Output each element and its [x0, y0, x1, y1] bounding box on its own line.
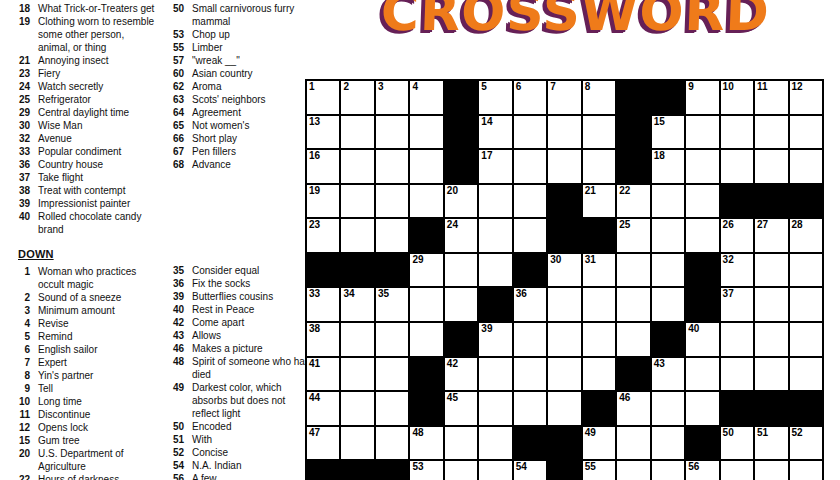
clue-number: 39	[5, 197, 30, 210]
clue-text: Central daylight time	[30, 106, 158, 119]
grid-cell[interactable]	[341, 219, 373, 252]
grid-cell[interactable]	[341, 116, 373, 149]
grid-cell[interactable]	[376, 150, 408, 183]
grid-cell[interactable]	[341, 185, 373, 218]
black-cell	[341, 254, 373, 287]
clue-item: 51With	[159, 433, 311, 446]
grid-cell[interactable]: 39	[479, 323, 511, 356]
clue-number: 42	[159, 316, 184, 329]
grid-cell[interactable]	[376, 185, 408, 218]
grid-cell[interactable]	[721, 116, 753, 149]
grid-cell[interactable]: 36	[514, 288, 546, 321]
grid-cell[interactable]: 7	[548, 81, 580, 114]
clue-item: 20U.S. Department of Agriculture	[5, 447, 158, 473]
cell-number: 9	[688, 81, 694, 92]
clue-text: A few	[184, 472, 311, 480]
cell-number: 50	[723, 427, 734, 438]
cell-number: 23	[309, 219, 320, 230]
clue-item: 6English sailor	[5, 343, 158, 356]
black-cell	[548, 219, 580, 252]
grid-cell[interactable]	[410, 323, 442, 356]
grid-cell[interactable]	[410, 185, 442, 218]
grid-cell[interactable]: 3	[376, 81, 408, 114]
cell-number: 18	[654, 150, 665, 161]
clue-text: Yin's partner	[30, 369, 158, 382]
grid-cell[interactable]	[479, 427, 511, 460]
cell-number: 29	[412, 254, 423, 265]
clue-number: 6	[5, 343, 30, 356]
black-cell	[548, 427, 580, 460]
clue-number: 21	[5, 54, 30, 67]
clue-item: 24Watch secretly	[5, 80, 158, 93]
cell-number: 38	[309, 323, 320, 334]
cell-number: 6	[516, 81, 522, 92]
grid-cell[interactable]	[445, 461, 477, 480]
grid-cell[interactable]	[721, 150, 753, 183]
clue-number: 60	[159, 67, 184, 80]
grid-cell[interactable]: 4	[410, 81, 442, 114]
cell-number: 44	[309, 392, 320, 403]
clue-number: 10	[5, 395, 30, 408]
clue-text: Remind	[30, 330, 158, 343]
grid-cell[interactable]: 45	[445, 392, 477, 425]
clue-number: 30	[5, 119, 30, 132]
clue-item: 1Woman who practices occult magic	[5, 265, 158, 291]
grid-cell[interactable]	[376, 392, 408, 425]
grid-cell[interactable]	[341, 150, 373, 183]
clue-number: 3	[5, 304, 30, 317]
down-clues-list-1: 1Woman who practices occult magic2Sound …	[5, 265, 158, 480]
grid-cell[interactable]: 44	[307, 392, 339, 425]
clue-text: English sailor	[30, 343, 158, 356]
clue-number: 5	[5, 330, 30, 343]
black-cell	[721, 185, 753, 218]
cell-number: 51	[757, 427, 768, 438]
grid-cell[interactable]: 13	[307, 116, 339, 149]
cell-number: 53	[412, 461, 423, 472]
clue-item: 36Country house	[5, 158, 158, 171]
cell-number: 27	[757, 219, 768, 230]
grid-cell[interactable]: 46	[617, 392, 649, 425]
grid-cell[interactable]	[341, 427, 373, 460]
clue-item: 62Aroma	[159, 80, 311, 93]
page-title: CROSSWORD	[380, 0, 840, 42]
clue-text: Clothing worn to resemble some other per…	[30, 15, 158, 54]
grid-cell[interactable]	[479, 254, 511, 287]
clue-text: Makes a picture	[184, 342, 311, 355]
cell-number: 24	[447, 219, 458, 230]
grid-cell[interactable]	[514, 392, 546, 425]
clue-item: 49Darkest color, which absorbs but does …	[159, 381, 311, 420]
down-clues-column-2: 35Consider equal36Fix the socks39Butterf…	[159, 264, 311, 480]
grid-cell[interactable]: 37	[721, 288, 753, 321]
cell-number: 33	[309, 288, 320, 299]
grid-cell[interactable]	[790, 288, 822, 321]
clue-item: 9Tell	[5, 382, 158, 395]
grid-cell[interactable]: 22	[617, 185, 649, 218]
grid-cell[interactable]: 11	[755, 81, 787, 114]
cell-number: 34	[343, 288, 354, 299]
grid-cell[interactable]	[410, 116, 442, 149]
black-cell	[790, 392, 822, 425]
cell-number: 17	[481, 150, 492, 161]
clue-text: Country house	[30, 158, 158, 171]
clue-item: 39Butterflies cousins	[159, 290, 311, 303]
grid-cell[interactable]	[755, 116, 787, 149]
cell-number: 41	[309, 358, 320, 369]
clue-item: 32Avenue	[5, 132, 158, 145]
down-section-header: DOWN	[18, 248, 158, 261]
grid-cell[interactable]: 5	[479, 81, 511, 114]
black-cell	[514, 427, 546, 460]
grid-cell[interactable]: 47	[307, 427, 339, 460]
grid-cell[interactable]	[790, 116, 822, 149]
grid-cell[interactable]: 21	[583, 185, 615, 218]
grid-cell[interactable]	[445, 288, 477, 321]
grid-cell[interactable]	[514, 358, 546, 391]
clue-item: 25Refrigerator	[5, 93, 158, 106]
clue-number: 67	[159, 145, 184, 158]
grid-cell[interactable]	[755, 150, 787, 183]
clue-item: 36Fix the socks	[159, 277, 311, 290]
clue-number: 62	[159, 80, 184, 93]
grid-cell[interactable]	[755, 323, 787, 356]
clue-item: 8Yin's partner	[5, 369, 158, 382]
grid-cell[interactable]: 31	[583, 254, 615, 287]
grid-cell[interactable]	[479, 219, 511, 252]
cell-number: 14	[481, 116, 492, 127]
black-cell	[410, 358, 442, 391]
grid-cell[interactable]: 27	[755, 219, 787, 252]
grid-cell[interactable]	[548, 323, 580, 356]
grid-cell[interactable]	[652, 392, 684, 425]
black-cell	[410, 392, 442, 425]
black-cell	[341, 461, 373, 480]
grid-cell[interactable]: 19	[307, 185, 339, 218]
clue-text: Gum tree	[30, 434, 158, 447]
grid-cell[interactable]	[548, 392, 580, 425]
cell-number: 48	[412, 427, 423, 438]
clue-item: 2Sound of a sneeze	[5, 291, 158, 304]
clue-text: Darkest color, which absorbs but does no…	[184, 381, 311, 420]
cell-number: 1	[309, 81, 315, 92]
clue-number: 2	[5, 291, 30, 304]
grid-cell[interactable]	[445, 254, 477, 287]
grid-cell[interactable]	[410, 150, 442, 183]
clue-text: What Trick-or-Treaters get	[30, 2, 158, 15]
grid-cell[interactable]: 23	[307, 219, 339, 252]
black-cell	[307, 461, 339, 480]
black-cell	[445, 81, 477, 114]
clue-item: 67Pen fillers	[159, 145, 311, 158]
grid-cell[interactable]	[790, 254, 822, 287]
grid-cell[interactable]: 24	[445, 219, 477, 252]
cell-number: 11	[757, 81, 768, 92]
grid-cell[interactable]: 10	[721, 81, 753, 114]
black-cell	[376, 254, 408, 287]
grid-cell[interactable]: 35	[376, 288, 408, 321]
grid-cell[interactable]	[376, 116, 408, 149]
black-cell	[376, 461, 408, 480]
grid-cell[interactable]	[721, 358, 753, 391]
grid-cell[interactable]	[617, 288, 649, 321]
grid-cell[interactable]: 33	[307, 288, 339, 321]
grid-cell[interactable]	[548, 150, 580, 183]
clue-text: U.S. Department of Agriculture	[30, 447, 158, 473]
grid-cell[interactable]	[755, 288, 787, 321]
grid-cell[interactable]	[583, 150, 615, 183]
grid-cell[interactable]	[341, 358, 373, 391]
grid-cell[interactable]	[686, 116, 718, 149]
grid-cell[interactable]	[617, 461, 649, 480]
grid-cell[interactable]	[686, 185, 718, 218]
cell-number: 52	[792, 427, 803, 438]
cell-number: 36	[516, 288, 527, 299]
clue-number: 54	[159, 459, 184, 472]
clue-item: 50Small carnivorous furry mammal	[159, 2, 311, 28]
black-cell	[617, 358, 649, 391]
grid-cell[interactable]: 42	[445, 358, 477, 391]
clue-number: 38	[5, 184, 30, 197]
grid-cell[interactable]: 6	[514, 81, 546, 114]
black-cell	[548, 461, 580, 480]
grid-cell[interactable]	[652, 427, 684, 460]
grid-cell[interactable]	[755, 461, 787, 480]
clue-text: Treat with contempt	[30, 184, 158, 197]
grid-cell[interactable]	[514, 219, 546, 252]
clue-number: 12	[5, 421, 30, 434]
grid-cell[interactable]	[790, 150, 822, 183]
grid-cell[interactable]: 51	[755, 427, 787, 460]
grid-cell[interactable]	[755, 254, 787, 287]
grid-cell[interactable]	[514, 150, 546, 183]
clue-text: Avenue	[30, 132, 158, 145]
clue-item: 3Minimum amount	[5, 304, 158, 317]
grid-cell[interactable]	[479, 461, 511, 480]
clue-item: 40Rest in Peace	[159, 303, 311, 316]
grid-cell[interactable]	[548, 288, 580, 321]
clue-item: 43Allows	[159, 329, 311, 342]
grid-cell[interactable]: 52	[790, 427, 822, 460]
clue-item: 60Asian country	[159, 67, 311, 80]
grid-cell[interactable]	[790, 461, 822, 480]
clue-item: 15Gum tree	[5, 434, 158, 447]
clue-text: Impressionist painter	[30, 197, 158, 210]
clue-number: 35	[159, 264, 184, 277]
clue-text: Not women's	[184, 119, 311, 132]
grid-cell[interactable]	[514, 116, 546, 149]
grid-cell[interactable]	[583, 323, 615, 356]
clue-text: Come apart	[184, 316, 311, 329]
grid-cell[interactable]	[376, 323, 408, 356]
clue-number: 63	[159, 93, 184, 106]
grid-cell[interactable]	[583, 116, 615, 149]
clue-number: 46	[159, 342, 184, 355]
clue-number: 18	[5, 2, 30, 15]
black-cell	[686, 254, 718, 287]
grid-cell[interactable]: 48	[410, 427, 442, 460]
clue-text: Popular condiment	[30, 145, 158, 158]
clue-item: 53Chop up	[159, 28, 311, 41]
grid-cell[interactable]	[548, 358, 580, 391]
grid-cell[interactable]: 43	[652, 358, 684, 391]
grid-cell[interactable]: 2	[341, 81, 373, 114]
grid-cell[interactable]	[686, 150, 718, 183]
grid-cell[interactable]: 9	[686, 81, 718, 114]
clue-item: 10Long time	[5, 395, 158, 408]
grid-cell[interactable]	[617, 427, 649, 460]
clue-item: 29Central daylight time	[5, 106, 158, 119]
grid-cell[interactable]: 1	[307, 81, 339, 114]
grid-cell[interactable]	[583, 288, 615, 321]
clue-text: Fiery	[30, 67, 158, 80]
grid-cell[interactable]	[341, 392, 373, 425]
clue-text: Expert	[30, 356, 158, 369]
clue-item: 55Limber	[159, 41, 311, 54]
cell-number: 10	[723, 81, 734, 92]
grid-cell[interactable]	[755, 358, 787, 391]
grid-cell[interactable]	[652, 219, 684, 252]
black-cell	[307, 254, 339, 287]
grid-cell[interactable]: 30	[548, 254, 580, 287]
grid-cell[interactable]	[721, 461, 753, 480]
grid-cell[interactable]	[376, 219, 408, 252]
clue-text: Revise	[30, 317, 158, 330]
cell-number: 22	[619, 185, 630, 196]
grid-cell[interactable]: 18	[652, 150, 684, 183]
grid-cell[interactable]: 56	[686, 461, 718, 480]
grid-cell[interactable]	[652, 185, 684, 218]
clue-text: Minimum amount	[30, 304, 158, 317]
clue-number: 15	[5, 434, 30, 447]
clue-item: 56A few	[159, 472, 311, 480]
cell-number: 39	[481, 323, 492, 334]
grid-cell[interactable]	[479, 185, 511, 218]
clue-number: 40	[159, 303, 184, 316]
black-cell	[652, 81, 684, 114]
grid-cell[interactable]	[721, 323, 753, 356]
grid-cell[interactable]: 53	[410, 461, 442, 480]
grid-cell[interactable]	[479, 392, 511, 425]
grid-cell[interactable]: 25	[617, 219, 649, 252]
clue-item: 38Treat with contempt	[5, 184, 158, 197]
black-cell	[686, 427, 718, 460]
clue-number: 53	[159, 28, 184, 41]
clue-item: 33Popular condiment	[5, 145, 158, 158]
grid-cell[interactable]: 50	[721, 427, 753, 460]
clue-text: Refrigerator	[30, 93, 158, 106]
grid-cell[interactable]: 20	[445, 185, 477, 218]
grid-cell[interactable]	[583, 358, 615, 391]
grid-cell[interactable]	[652, 288, 684, 321]
grid-cell[interactable]	[548, 116, 580, 149]
grid-cell[interactable]: 8	[583, 81, 615, 114]
grid-cell[interactable]	[445, 427, 477, 460]
grid-cell[interactable]: 14	[479, 116, 511, 149]
cell-number: 16	[309, 150, 320, 161]
black-cell	[583, 219, 615, 252]
clue-item: 11Discontinue	[5, 408, 158, 421]
cell-number: 49	[585, 427, 596, 438]
clue-item: 52Concise	[159, 446, 311, 459]
grid-cell[interactable]: 15	[652, 116, 684, 149]
clue-text: Long time	[30, 395, 158, 408]
grid-cell[interactable]	[376, 358, 408, 391]
grid-cell[interactable]	[341, 323, 373, 356]
clue-text: N.A. Indian	[184, 459, 311, 472]
grid-cell[interactable]: 40	[686, 323, 718, 356]
grid-cell[interactable]: 17	[479, 150, 511, 183]
cell-number: 12	[792, 81, 803, 92]
grid-cell[interactable]	[376, 427, 408, 460]
grid-cell[interactable]: 38	[307, 323, 339, 356]
clue-text: Opens lock	[30, 421, 158, 434]
grid-cell[interactable]	[686, 219, 718, 252]
grid-cell[interactable]	[790, 323, 822, 356]
cell-number: 37	[723, 288, 734, 299]
cell-number: 2	[343, 81, 349, 92]
grid-cell[interactable]: 32	[721, 254, 753, 287]
grid-cell[interactable]	[790, 358, 822, 391]
clue-number: 8	[5, 369, 30, 382]
grid-cell[interactable]: 55	[583, 461, 615, 480]
grid-cell[interactable]	[410, 288, 442, 321]
cell-number: 45	[447, 392, 458, 403]
cell-number: 28	[792, 219, 803, 230]
cell-number: 25	[619, 219, 630, 230]
grid-cell[interactable]	[617, 323, 649, 356]
grid-cell[interactable]: 12	[790, 81, 822, 114]
clue-number: 19	[5, 15, 30, 54]
grid-cell[interactable]	[479, 358, 511, 391]
grid-cell[interactable]: 54	[514, 461, 546, 480]
clue-text: Consider equal	[184, 264, 311, 277]
clue-text: Small carnivorous furry mammal	[184, 2, 311, 28]
cell-number: 32	[723, 254, 734, 265]
grid-cell[interactable]	[652, 254, 684, 287]
grid-cell[interactable]: 49	[583, 427, 615, 460]
clue-number: 40	[5, 210, 30, 236]
clue-number: 32	[5, 132, 30, 145]
grid-cell[interactable]	[652, 461, 684, 480]
grid-cell[interactable]: 34	[341, 288, 373, 321]
clue-item: 22Hours of darkness between	[5, 473, 158, 480]
grid-cell[interactable]	[514, 323, 546, 356]
grid-cell[interactable]: 28	[790, 219, 822, 252]
grid-cell[interactable]	[686, 392, 718, 425]
black-cell	[479, 288, 511, 321]
clue-number: 1	[5, 265, 30, 291]
cell-number: 7	[550, 81, 556, 92]
clue-number: 51	[159, 433, 184, 446]
cell-number: 40	[688, 323, 699, 334]
black-cell	[445, 116, 477, 149]
grid-cell[interactable]	[686, 358, 718, 391]
clue-number: 37	[5, 171, 30, 184]
grid-cell[interactable]: 29	[410, 254, 442, 287]
clue-text: Take flight	[30, 171, 158, 184]
clue-number: 20	[5, 447, 30, 473]
clue-text: Allows	[184, 329, 311, 342]
clue-item: 42Come apart	[159, 316, 311, 329]
grid-cell[interactable]: 16	[307, 150, 339, 183]
grid-cell[interactable]	[514, 185, 546, 218]
clue-text: Concise	[184, 446, 311, 459]
grid-cell[interactable]: 26	[721, 219, 753, 252]
clue-number: 7	[5, 356, 30, 369]
grid-cell[interactable]: 41	[307, 358, 339, 391]
grid-cell[interactable]	[617, 254, 649, 287]
